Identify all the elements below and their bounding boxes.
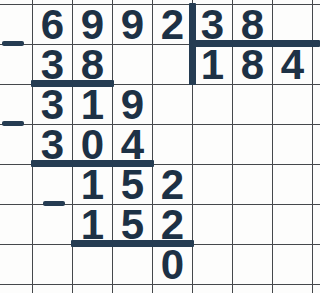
grid-cell — [0, 164, 32, 204]
grid-cell — [0, 4, 32, 44]
grid-cell — [232, 244, 272, 284]
grid-cell — [0, 204, 32, 244]
digit-cell: 9 — [112, 4, 152, 44]
grid-cell — [112, 44, 152, 84]
grid-cell — [232, 164, 272, 204]
digit-cell: 3 — [32, 44, 72, 84]
digit-cell: 9 — [72, 4, 112, 44]
grid-cell — [32, 284, 72, 293]
grid-cell — [0, 84, 32, 124]
grid-cell — [232, 204, 272, 244]
grid-cell — [312, 84, 320, 124]
grid-cell — [312, 244, 320, 284]
grid-cell — [272, 244, 312, 284]
grid-cell — [112, 284, 152, 293]
grid-cell — [272, 204, 312, 244]
grid-cell — [232, 284, 272, 293]
grid-cell — [192, 244, 232, 284]
digit-cell: 0 — [152, 244, 192, 284]
grid-cell — [32, 244, 72, 284]
digit-cell: 1 — [192, 44, 232, 84]
digit-cell: 1 — [72, 204, 112, 244]
grid-cell — [312, 164, 320, 204]
digit-cell: 9 — [112, 84, 152, 124]
grid-cell — [0, 44, 32, 84]
digit-cell: 5 — [112, 164, 152, 204]
digit-cell: 4 — [272, 44, 312, 84]
digit-cell: 0 — [72, 124, 112, 164]
digit-cell: 8 — [232, 44, 272, 84]
grid-cell — [272, 164, 312, 204]
grid-cell — [232, 124, 272, 164]
digit-cell: 8 — [72, 44, 112, 84]
grid-cell — [152, 124, 192, 164]
digit-cell: 2 — [152, 204, 192, 244]
grid-cell — [112, 244, 152, 284]
grid-cell — [152, 84, 192, 124]
grid-cell — [312, 4, 320, 44]
digit-cell: 6 — [32, 4, 72, 44]
digit-cell: 1 — [72, 164, 112, 204]
grid-cell — [192, 124, 232, 164]
grid-cell — [272, 84, 312, 124]
grid-cell — [272, 124, 312, 164]
grid-cell — [32, 204, 72, 244]
division-grid: 699238381843193041521520 — [0, 0, 320, 293]
grid-cell — [272, 4, 312, 44]
grid-cell — [32, 164, 72, 204]
grid-cell — [312, 284, 320, 293]
grid-cell — [192, 164, 232, 204]
digit-cell: 2 — [152, 4, 192, 44]
grid-cell — [232, 84, 272, 124]
digit-cell: 4 — [112, 124, 152, 164]
grid-cell — [312, 124, 320, 164]
grid-cell — [0, 284, 32, 293]
grid-cell — [152, 284, 192, 293]
grid-cell — [0, 124, 32, 164]
digit-cell: 3 — [32, 124, 72, 164]
grid-cell — [272, 284, 312, 293]
grid-cell — [72, 244, 112, 284]
digit-cell: 2 — [152, 164, 192, 204]
digit-cell: 8 — [232, 4, 272, 44]
digit-cell: 3 — [32, 84, 72, 124]
grid-cell — [192, 204, 232, 244]
grid-cell — [0, 244, 32, 284]
grid-cell — [312, 204, 320, 244]
digit-cell: 3 — [192, 4, 232, 44]
grid-cell — [192, 284, 232, 293]
grid-cell — [312, 44, 320, 84]
digit-cell: 1 — [72, 84, 112, 124]
grid-cell — [192, 84, 232, 124]
digit-cell: 5 — [112, 204, 152, 244]
grid-cell — [72, 284, 112, 293]
grid-cell — [152, 44, 192, 84]
